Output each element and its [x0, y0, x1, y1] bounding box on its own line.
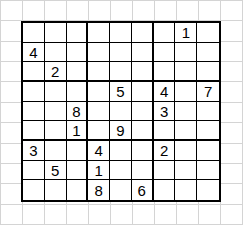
sudoku-cell-r3c2[interactable]: 2	[45, 62, 67, 82]
sudoku-cell-r4c3[interactable]	[67, 82, 89, 102]
sudoku-cell-r8c4[interactable]: 1	[88, 161, 110, 181]
sudoku-cell-r7c2[interactable]	[45, 141, 67, 161]
sudoku-cell-r2c1[interactable]: 4	[23, 43, 45, 63]
sudoku-cell-r5c7[interactable]: 3	[154, 102, 176, 122]
sudoku-cell-r5c8[interactable]	[175, 102, 197, 122]
sudoku-cell-r4c7[interactable]: 4	[154, 82, 176, 102]
sudoku-cell-r1c9[interactable]	[197, 23, 219, 43]
sudoku-cell-r2c6[interactable]	[132, 43, 154, 63]
sudoku-cell-r9c7[interactable]	[154, 180, 176, 200]
sudoku-cell-r6c7[interactable]	[154, 121, 176, 141]
sudoku-cell-r8c1[interactable]	[23, 161, 45, 181]
sudoku-cell-r1c2[interactable]	[45, 23, 67, 43]
sudoku-cell-r5c6[interactable]	[132, 102, 154, 122]
sudoku-cell-r2c5[interactable]	[110, 43, 132, 63]
sudoku-cell-r1c5[interactable]	[110, 23, 132, 43]
sudoku-cell-r2c2[interactable]	[45, 43, 67, 63]
sudoku-cell-r5c9[interactable]	[197, 102, 219, 122]
sudoku-cell-r5c4[interactable]	[88, 102, 110, 122]
sudoku-cell-r6c3[interactable]: 1	[67, 121, 89, 141]
spreadsheet-background: 14254783193425186	[0, 0, 243, 225]
sudoku-cell-r4c4[interactable]	[88, 82, 110, 102]
sudoku-cell-r3c4[interactable]	[88, 62, 110, 82]
sudoku-cell-r1c7[interactable]	[154, 23, 176, 43]
sudoku-cell-r7c7[interactable]: 2	[154, 141, 176, 161]
sudoku-cell-r3c5[interactable]	[110, 62, 132, 82]
sudoku-cell-r2c7[interactable]	[154, 43, 176, 63]
sudoku-cell-r7c5[interactable]	[110, 141, 132, 161]
sudoku-cell-r2c3[interactable]	[67, 43, 89, 63]
sudoku-cell-r3c9[interactable]	[197, 62, 219, 82]
sudoku-board: 14254783193425186	[21, 21, 221, 202]
sudoku-cell-r6c2[interactable]	[45, 121, 67, 141]
sudoku-cell-r7c4[interactable]: 4	[88, 141, 110, 161]
sudoku-cell-r6c4[interactable]	[88, 121, 110, 141]
sudoku-cell-r2c8[interactable]	[175, 43, 197, 63]
sudoku-cell-r8c9[interactable]	[197, 161, 219, 181]
sudoku-cell-r8c5[interactable]	[110, 161, 132, 181]
sudoku-cell-r4c9[interactable]: 7	[197, 82, 219, 102]
sudoku-cell-r5c1[interactable]	[23, 102, 45, 122]
sudoku-cell-r8c2[interactable]: 5	[45, 161, 67, 181]
sudoku-cell-r9c9[interactable]	[197, 180, 219, 200]
sudoku-cell-r4c1[interactable]	[23, 82, 45, 102]
sudoku-cell-r7c6[interactable]	[132, 141, 154, 161]
sudoku-cell-r3c6[interactable]	[132, 62, 154, 82]
sudoku-cell-r4c6[interactable]	[132, 82, 154, 102]
sudoku-cell-r1c4[interactable]	[88, 23, 110, 43]
sudoku-cell-r1c1[interactable]	[23, 23, 45, 43]
sudoku-cell-r5c5[interactable]	[110, 102, 132, 122]
sudoku-cell-r7c1[interactable]: 3	[23, 141, 45, 161]
sudoku-cell-r8c7[interactable]	[154, 161, 176, 181]
sudoku-cell-r9c5[interactable]	[110, 180, 132, 200]
sudoku-cell-r3c8[interactable]	[175, 62, 197, 82]
sudoku-cell-r4c8[interactable]	[175, 82, 197, 102]
sudoku-cell-r4c5[interactable]: 5	[110, 82, 132, 102]
sudoku-cell-r3c7[interactable]	[154, 62, 176, 82]
sudoku-cell-r9c3[interactable]	[67, 180, 89, 200]
sudoku-cell-r6c8[interactable]	[175, 121, 197, 141]
sudoku-cell-r6c9[interactable]	[197, 121, 219, 141]
sudoku-cell-r1c6[interactable]	[132, 23, 154, 43]
sudoku-cell-r3c1[interactable]	[23, 62, 45, 82]
sudoku-cell-r5c3[interactable]: 8	[67, 102, 89, 122]
sudoku-cell-r7c3[interactable]	[67, 141, 89, 161]
sudoku-cell-r2c4[interactable]	[88, 43, 110, 63]
sudoku-cell-r6c6[interactable]	[132, 121, 154, 141]
sudoku-cell-r3c3[interactable]	[67, 62, 89, 82]
sudoku-cell-r7c9[interactable]	[197, 141, 219, 161]
sudoku-cell-r6c5[interactable]: 9	[110, 121, 132, 141]
sudoku-cell-r1c3[interactable]	[67, 23, 89, 43]
sudoku-cell-r8c8[interactable]	[175, 161, 197, 181]
sudoku-cell-r9c6[interactable]: 6	[132, 180, 154, 200]
sudoku-cell-r8c6[interactable]	[132, 161, 154, 181]
sudoku-cell-r2c9[interactable]	[197, 43, 219, 63]
sudoku-cell-r8c3[interactable]	[67, 161, 89, 181]
sudoku-cell-r9c8[interactable]	[175, 180, 197, 200]
sudoku-cell-r4c2[interactable]	[45, 82, 67, 102]
sudoku-cell-r1c8[interactable]: 1	[175, 23, 197, 43]
sudoku-cell-r9c2[interactable]	[45, 180, 67, 200]
sudoku-cell-r9c1[interactable]	[23, 180, 45, 200]
sudoku-cell-r6c1[interactable]	[23, 121, 45, 141]
sudoku-cell-r9c4[interactable]: 8	[88, 180, 110, 200]
sudoku-cell-r7c8[interactable]	[175, 141, 197, 161]
sudoku-cell-r5c2[interactable]	[45, 102, 67, 122]
